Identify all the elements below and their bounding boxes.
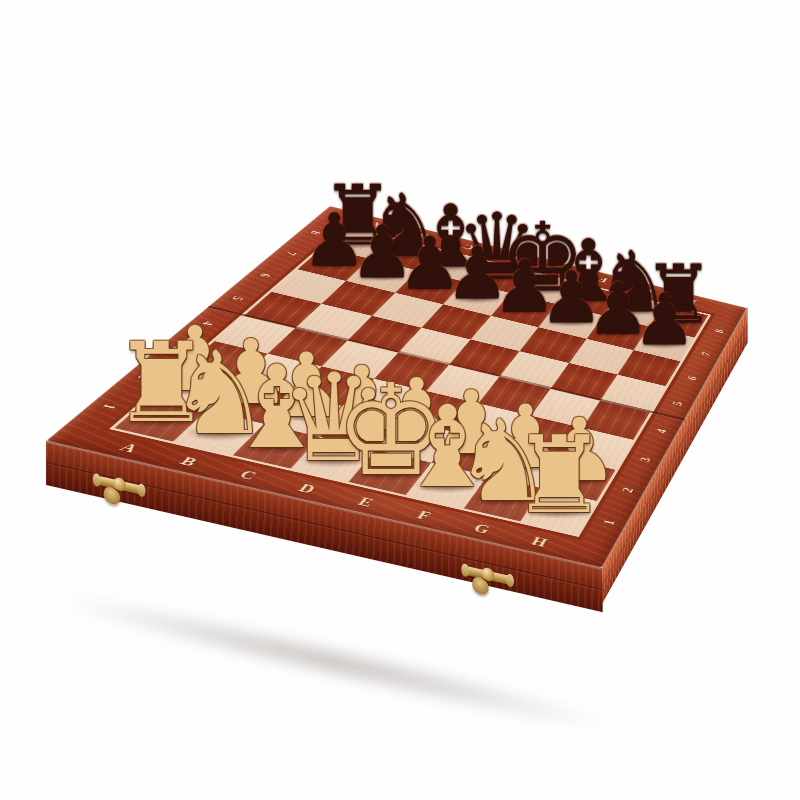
rank-label-west-6: 6 <box>255 272 274 279</box>
rank-label-east-3: 3 <box>637 456 655 464</box>
rank-label-east-6: 6 <box>685 375 701 382</box>
piece-black-pawn-h7[interactable]: ♟ <box>633 285 696 356</box>
rank-label-east-7: 7 <box>699 351 715 358</box>
rank-label-east-5: 5 <box>670 400 687 407</box>
brass-clasp-left <box>95 470 146 516</box>
rank-label-west-5: 5 <box>227 295 246 302</box>
photo-stage: AABBCCDDEEFFGGHH8877665544332211 ♜♞♝♛♚♝♞… <box>0 0 800 800</box>
rank-label-east-2: 2 <box>619 486 638 494</box>
case-shadow-front <box>55 584 613 740</box>
rank-label-west-7: 7 <box>281 250 299 257</box>
piece-white-rook-h1[interactable]: ♜ <box>511 422 607 529</box>
brass-clasp-right <box>463 560 514 606</box>
rank-label-east-4: 4 <box>654 427 671 435</box>
